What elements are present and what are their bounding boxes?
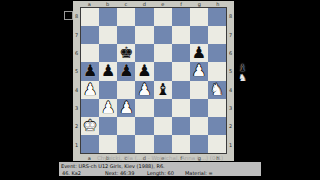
square-a4[interactable]: ♟ (81, 81, 99, 99)
square-c2[interactable] (117, 117, 135, 135)
rank-label-7: 7 (227, 25, 234, 43)
square-g1[interactable] (190, 135, 208, 153)
square-f8[interactable] (172, 8, 190, 26)
white-king-piece[interactable]: ♚ (83, 117, 97, 133)
white-pawn-piece[interactable]: ♟ (137, 81, 151, 97)
square-c6[interactable]: ♚ (117, 44, 135, 62)
square-g7[interactable] (190, 26, 208, 44)
square-d6[interactable] (135, 44, 153, 62)
square-h4[interactable]: ♞ (208, 81, 226, 99)
rank-label-6: 6 (73, 44, 80, 62)
square-a2[interactable]: ♚ (81, 117, 99, 135)
board-frame: abcdefgh abcdefgh 87654321 87654321 ♚♟♟♟… (73, 1, 234, 161)
square-e7[interactable] (154, 26, 172, 44)
square-b4[interactable] (99, 81, 117, 99)
rank-label-3: 3 (73, 99, 80, 117)
square-c4[interactable] (117, 81, 135, 99)
rank-label-6: 6 (227, 44, 234, 62)
square-h3[interactable] (208, 99, 226, 117)
square-d2[interactable] (135, 117, 153, 135)
square-b7[interactable] (99, 26, 117, 44)
square-f1[interactable] (172, 135, 190, 153)
square-c7[interactable] (117, 26, 135, 44)
event-line: Event: URS-ch U12 Girls, Kiev (1988), R6… (61, 163, 165, 169)
square-e6[interactable] (154, 44, 172, 62)
players-line: Chybicki, Ola (....) - Wojcichal, Anna (… (60, 155, 260, 162)
square-g3[interactable] (190, 99, 208, 117)
square-e1[interactable] (154, 135, 172, 153)
length-text: Length: 60 (147, 170, 174, 176)
rank-label-1: 1 (227, 136, 234, 154)
material-balance-panel: ♝ ♞ (236, 63, 249, 83)
square-f3[interactable] (172, 99, 190, 117)
square-h5[interactable] (208, 62, 226, 80)
square-b1[interactable] (99, 135, 117, 153)
black-pawn-piece[interactable]: ♟ (119, 63, 133, 79)
black-king-piece[interactable]: ♚ (119, 45, 133, 61)
rank-label-4: 4 (227, 81, 234, 99)
square-d5[interactable]: ♟ (135, 62, 153, 80)
square-d4[interactable]: ♟ (135, 81, 153, 99)
square-f2[interactable] (172, 117, 190, 135)
square-a6[interactable] (81, 44, 99, 62)
square-e4[interactable]: ♝ (154, 81, 172, 99)
black-pawn-piece[interactable]: ♟ (137, 63, 151, 79)
rank-label-2: 2 (73, 117, 80, 135)
square-f7[interactable] (172, 26, 190, 44)
white-pawn-piece[interactable]: ♟ (119, 99, 133, 115)
info-bar: Event: URS-ch U12 Girls, Kiev (1988), R6… (59, 162, 261, 176)
square-e2[interactable] (154, 117, 172, 135)
square-e8[interactable] (154, 8, 172, 26)
time-text: Next: 46:39 (105, 170, 134, 176)
black-pawn-piece[interactable]: ♟ (101, 63, 115, 79)
chess-board[interactable]: ♚♟♟♟♟♟♟♟♟♝♞♟♟♚ (80, 7, 227, 154)
rank-label-3: 3 (227, 99, 234, 117)
square-a1[interactable] (81, 135, 99, 153)
square-f6[interactable] (172, 44, 190, 62)
square-h8[interactable] (208, 8, 226, 26)
square-h6[interactable] (208, 44, 226, 62)
rank-label-1: 1 (73, 136, 80, 154)
material-text: Material: = (185, 170, 213, 176)
square-a5[interactable]: ♟ (81, 62, 99, 80)
square-a3[interactable] (81, 99, 99, 117)
square-g6[interactable]: ♟ (190, 44, 208, 62)
rank-label-5: 5 (227, 62, 234, 80)
square-h2[interactable] (208, 117, 226, 135)
square-a7[interactable] (81, 26, 99, 44)
rank-labels-left: 87654321 (73, 7, 80, 154)
square-f4[interactable] (172, 81, 190, 99)
square-c3[interactable]: ♟ (117, 99, 135, 117)
square-h1[interactable] (208, 135, 226, 153)
square-b8[interactable] (99, 8, 117, 26)
white-pawn-piece[interactable]: ♟ (192, 63, 206, 79)
black-bishop-piece[interactable]: ♝ (155, 81, 169, 97)
rank-label-5: 5 (73, 62, 80, 80)
white-pawn-piece[interactable]: ♟ (101, 99, 115, 115)
square-e5[interactable] (154, 62, 172, 80)
square-b5[interactable]: ♟ (99, 62, 117, 80)
square-f5[interactable] (172, 62, 190, 80)
rank-label-8: 8 (73, 7, 80, 25)
square-b3[interactable]: ♟ (99, 99, 117, 117)
square-d7[interactable] (135, 26, 153, 44)
rank-labels-right: 87654321 (227, 7, 234, 154)
black-pawn-piece[interactable]: ♟ (192, 45, 206, 61)
white-knight-piece[interactable]: ♞ (210, 81, 224, 97)
square-d8[interactable] (135, 8, 153, 26)
square-g5[interactable]: ♟ (190, 62, 208, 80)
square-h7[interactable] (208, 26, 226, 44)
rank-label-4: 4 (73, 81, 80, 99)
white-knight-icon: ♞ (238, 73, 247, 83)
square-d1[interactable] (135, 135, 153, 153)
rank-label-8: 8 (227, 7, 234, 25)
square-c5[interactable]: ♟ (117, 62, 135, 80)
square-b2[interactable] (99, 117, 117, 135)
last-move-text: 46. Ka2 (62, 170, 81, 176)
black-to-move-indicator (64, 11, 73, 20)
black-pawn-piece[interactable]: ♟ (83, 63, 97, 79)
square-a8[interactable] (81, 8, 99, 26)
rank-label-7: 7 (73, 25, 80, 43)
square-c8[interactable] (117, 8, 135, 26)
rank-label-2: 2 (227, 117, 234, 135)
square-g8[interactable] (190, 8, 208, 26)
square-c1[interactable] (117, 135, 135, 153)
square-b6[interactable] (99, 44, 117, 62)
square-g2[interactable] (190, 117, 208, 135)
square-g4[interactable] (190, 81, 208, 99)
white-pawn-piece[interactable]: ♟ (83, 81, 97, 97)
square-e3[interactable] (154, 99, 172, 117)
square-d3[interactable] (135, 99, 153, 117)
